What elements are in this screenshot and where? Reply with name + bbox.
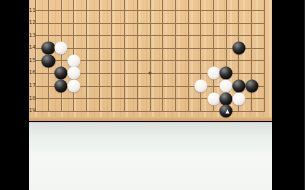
board-intersection[interactable] — [194, 29, 207, 42]
board-intersection[interactable] — [245, 105, 258, 118]
board-intersection[interactable] — [80, 4, 93, 17]
board-intersection[interactable] — [144, 4, 157, 17]
board-intersection[interactable] — [182, 92, 195, 105]
board-intersection[interactable] — [67, 42, 80, 55]
board-intersection[interactable] — [131, 105, 144, 118]
board-intersection[interactable] — [220, 4, 233, 17]
board-intersection[interactable] — [105, 67, 118, 80]
board-intersection[interactable] — [232, 4, 245, 17]
board-intersection[interactable] — [131, 80, 144, 93]
board-intersection[interactable] — [258, 17, 271, 30]
board-intersection[interactable] — [232, 17, 245, 30]
board-intersection[interactable] — [194, 42, 207, 55]
board-intersection[interactable] — [93, 67, 106, 80]
board-intersection[interactable] — [67, 17, 80, 30]
board-intersection[interactable] — [156, 92, 169, 105]
board-intersection[interactable] — [131, 67, 144, 80]
board-intersection[interactable] — [194, 92, 207, 105]
board-intersection[interactable] — [194, 4, 207, 17]
board-intersection[interactable] — [232, 67, 245, 80]
board-intersection[interactable] — [258, 55, 271, 68]
board-intersection[interactable] — [182, 80, 195, 93]
board-intersection[interactable] — [118, 29, 131, 42]
board-intersection[interactable] — [118, 4, 131, 17]
board-intersection[interactable] — [118, 17, 131, 30]
board-intersection[interactable] — [55, 17, 68, 30]
board-intersection[interactable] — [29, 105, 42, 118]
board-intersection[interactable] — [55, 105, 68, 118]
board-intersection[interactable] — [42, 80, 55, 93]
board-intersection[interactable] — [42, 29, 55, 42]
board-intersection[interactable] — [258, 67, 271, 80]
board-intersection[interactable] — [42, 4, 55, 17]
board-intersection[interactable] — [144, 105, 157, 118]
board-intersection[interactable] — [144, 67, 157, 80]
board-intersection[interactable] — [93, 29, 106, 42]
board-intersection[interactable] — [207, 80, 220, 93]
board-intersection[interactable] — [207, 17, 220, 30]
board-intersection[interactable] — [144, 29, 157, 42]
board-intersection[interactable] — [182, 42, 195, 55]
last-move-triangle-marker — [226, 110, 230, 114]
board-intersection[interactable] — [207, 105, 220, 118]
board-intersection[interactable] — [169, 4, 182, 17]
board-intersection[interactable] — [194, 67, 207, 80]
board-intersection[interactable] — [80, 80, 93, 93]
board-intersection[interactable] — [194, 55, 207, 68]
board-intersection[interactable] — [105, 55, 118, 68]
board-intersection[interactable] — [93, 42, 106, 55]
board-intersection[interactable] — [182, 105, 195, 118]
board-intersection[interactable] — [156, 80, 169, 93]
board-intersection[interactable] — [67, 92, 80, 105]
board-intersection[interactable] — [29, 17, 42, 30]
board-intersection[interactable] — [67, 4, 80, 17]
board-intersection[interactable] — [169, 105, 182, 118]
board-intersection[interactable] — [118, 67, 131, 80]
board-intersection[interactable] — [29, 80, 42, 93]
board-intersection[interactable] — [232, 105, 245, 118]
board-intersection[interactable] — [93, 105, 106, 118]
board-intersection[interactable] — [93, 55, 106, 68]
board-intersection[interactable] — [245, 29, 258, 42]
board-intersection[interactable] — [105, 4, 118, 17]
board-intersection[interactable] — [42, 67, 55, 80]
board-intersection[interactable] — [80, 67, 93, 80]
board-intersection[interactable] — [220, 55, 233, 68]
board-intersection[interactable] — [232, 29, 245, 42]
board-intersection[interactable] — [118, 105, 131, 118]
board-intersection[interactable] — [169, 92, 182, 105]
board-intersection[interactable] — [220, 17, 233, 30]
board-intersection[interactable] — [131, 42, 144, 55]
board-intersection[interactable] — [29, 42, 42, 55]
board-intersection[interactable] — [29, 67, 42, 80]
board-intersection[interactable] — [131, 17, 144, 30]
board-intersection[interactable] — [42, 105, 55, 118]
board-intersection[interactable] — [258, 80, 271, 93]
board-intersection[interactable] — [220, 42, 233, 55]
board-intersection[interactable] — [144, 17, 157, 30]
board-intersection[interactable] — [207, 4, 220, 17]
board-intersection[interactable] — [207, 55, 220, 68]
board-intersection[interactable] — [144, 55, 157, 68]
board-intersection[interactable] — [182, 67, 195, 80]
board-intersection[interactable] — [245, 55, 258, 68]
board-intersection[interactable] — [245, 42, 258, 55]
board-intersection[interactable] — [93, 80, 106, 93]
board-intersection[interactable] — [55, 55, 68, 68]
board-intersection[interactable] — [156, 17, 169, 30]
board-intersection[interactable] — [194, 105, 207, 118]
board-intersection[interactable] — [105, 17, 118, 30]
board-intersection[interactable] — [80, 29, 93, 42]
board-intersection[interactable] — [93, 17, 106, 30]
board-intersection[interactable] — [105, 92, 118, 105]
board-intersection[interactable] — [105, 42, 118, 55]
board-intersection[interactable] — [156, 29, 169, 42]
board-intersection[interactable] — [67, 105, 80, 118]
board-intersection[interactable] — [93, 92, 106, 105]
board-intersection[interactable] — [55, 4, 68, 17]
board-intersection[interactable] — [29, 55, 42, 68]
board-intersection[interactable] — [182, 55, 195, 68]
board-intersection[interactable] — [169, 55, 182, 68]
board-intersection[interactable] — [67, 29, 80, 42]
board-intersection[interactable] — [131, 92, 144, 105]
board-intersection[interactable] — [55, 92, 68, 105]
board-intersection[interactable] — [258, 29, 271, 42]
board-intersection[interactable] — [258, 105, 271, 118]
board-intersection[interactable] — [207, 29, 220, 42]
board-intersection[interactable] — [42, 92, 55, 105]
board-intersection[interactable] — [156, 105, 169, 118]
board-intersection[interactable] — [80, 105, 93, 118]
board-intersection[interactable] — [144, 92, 157, 105]
board-intersection[interactable] — [156, 42, 169, 55]
board-intersection[interactable] — [144, 42, 157, 55]
board-intersection[interactable] — [118, 55, 131, 68]
board-intersection[interactable] — [105, 80, 118, 93]
board-intersection[interactable] — [105, 105, 118, 118]
go-board[interactable]: 10111213141516171819 — [29, 0, 272, 121]
board-intersection[interactable] — [42, 17, 55, 30]
board-intersection[interactable] — [93, 4, 106, 17]
board-intersection[interactable] — [169, 67, 182, 80]
board-intersection[interactable] — [118, 80, 131, 93]
board-intersection[interactable] — [245, 4, 258, 17]
board-intersection[interactable] — [169, 80, 182, 93]
board-intersection[interactable] — [29, 29, 42, 42]
letterbox-right — [272, 0, 305, 190]
board-intersection[interactable] — [194, 17, 207, 30]
board-intersection[interactable] — [258, 42, 271, 55]
board-intersection[interactable] — [131, 4, 144, 17]
board-intersection[interactable] — [182, 4, 195, 17]
board-intersection[interactable] — [182, 17, 195, 30]
board-intersection[interactable] — [245, 17, 258, 30]
board-intersection[interactable] — [80, 42, 93, 55]
video-frame: 10111213141516171819 — [0, 0, 304, 190]
board-intersection[interactable] — [169, 17, 182, 30]
board-intersection[interactable] — [29, 4, 42, 17]
board-intersection[interactable] — [80, 17, 93, 30]
board-intersection[interactable] — [105, 29, 118, 42]
board-intersection[interactable] — [245, 67, 258, 80]
board-intersection[interactable] — [144, 80, 157, 93]
board-intersection[interactable] — [182, 29, 195, 42]
board-intersection[interactable] — [220, 29, 233, 42]
board-intersection[interactable] — [29, 92, 42, 105]
content-area: 10111213141516171819 — [29, 0, 272, 190]
board-intersection[interactable] — [118, 42, 131, 55]
board-intersection[interactable] — [80, 55, 93, 68]
board-intersection[interactable] — [258, 92, 271, 105]
board-intersection[interactable] — [207, 42, 220, 55]
letterbox-left — [0, 0, 29, 190]
board-intersection[interactable] — [169, 29, 182, 42]
board-intersection[interactable] — [156, 67, 169, 80]
bottom-panel — [29, 122, 272, 190]
board-intersection[interactable] — [156, 55, 169, 68]
board-intersection[interactable] — [258, 4, 271, 17]
board-intersection[interactable] — [131, 55, 144, 68]
board-intersection[interactable] — [55, 29, 68, 42]
board-intersection[interactable] — [80, 92, 93, 105]
board-intersection[interactable] — [131, 29, 144, 42]
board-intersection[interactable] — [118, 92, 131, 105]
board-intersection[interactable] — [156, 4, 169, 17]
board-intersection[interactable] — [169, 42, 182, 55]
board-intersection[interactable] — [245, 92, 258, 105]
board-intersection[interactable] — [232, 55, 245, 68]
